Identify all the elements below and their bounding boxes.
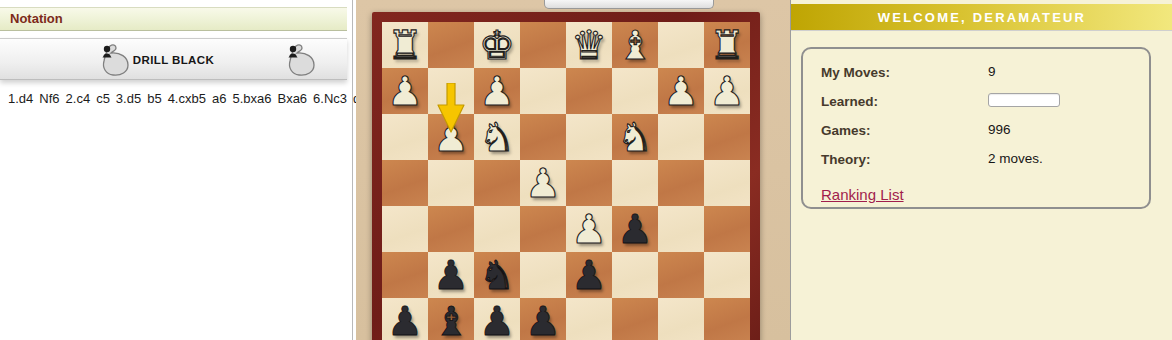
black-pawn: ♟ bbox=[520, 298, 566, 340]
board-square[interactable] bbox=[704, 114, 750, 160]
move[interactable]: a6 bbox=[212, 91, 226, 106]
board-square[interactable] bbox=[474, 206, 520, 252]
move[interactable]: 6.Nc3 bbox=[313, 91, 347, 106]
board-square[interactable]: ♟ bbox=[704, 68, 750, 114]
last-move-arrow bbox=[437, 83, 465, 133]
white-king: ♚ bbox=[474, 22, 520, 68]
stat-row: My Moves:9 bbox=[821, 63, 1131, 92]
welcome-header: WELCOME, DERAMATEUR bbox=[791, 4, 1172, 31]
board-panel: ♜♚♛♝♜♟♟♟♟♟♞♞♟♟♟♟♞♟♟♝♟♟♜♚♛♞♜ bbox=[356, 0, 790, 340]
stat-row: Games:996 bbox=[821, 121, 1131, 150]
board-square[interactable]: ♟ bbox=[428, 252, 474, 298]
board-square[interactable]: ♟ bbox=[382, 68, 428, 114]
board-square[interactable] bbox=[658, 114, 704, 160]
board-square[interactable]: ♟ bbox=[474, 298, 520, 340]
black-knight: ♞ bbox=[474, 252, 520, 298]
board-square[interactable]: ♜ bbox=[382, 22, 428, 68]
black-pawn: ♟ bbox=[428, 252, 474, 298]
board-square[interactable] bbox=[382, 206, 428, 252]
board-square[interactable]: ♛ bbox=[566, 22, 612, 68]
board-square[interactable] bbox=[428, 22, 474, 68]
move[interactable]: 4.cxb5 bbox=[168, 91, 206, 106]
move[interactable]: 1.d4 bbox=[8, 91, 33, 106]
board-square[interactable] bbox=[566, 160, 612, 206]
board-square[interactable]: ♚ bbox=[474, 22, 520, 68]
stat-row: Learned: bbox=[821, 92, 1131, 121]
white-queen: ♛ bbox=[566, 22, 612, 68]
white-pawn: ♟ bbox=[704, 68, 750, 114]
white-knight: ♞ bbox=[474, 114, 520, 160]
white-knight: ♞ bbox=[612, 114, 658, 160]
stat-value: 2 moves. bbox=[988, 150, 1043, 168]
move-list: 1.d4Nf62.c4c53.d5b54.cxb5a65.bxa6Bxa66.N… bbox=[0, 88, 340, 109]
black-pawn: ♟ bbox=[566, 252, 612, 298]
board-square[interactable] bbox=[520, 68, 566, 114]
move[interactable]: 2.c4 bbox=[66, 91, 91, 106]
cropped-dropdown[interactable] bbox=[544, 0, 714, 9]
board-square[interactable] bbox=[658, 298, 704, 340]
black-bishop: ♝ bbox=[428, 298, 474, 340]
welcome-panel: WELCOME, DERAMATEUR My Moves:9Learned:Ga… bbox=[790, 0, 1172, 340]
chess-board: ♜♚♛♝♜♟♟♟♟♟♞♞♟♟♟♟♞♟♟♝♟♟♜♚♛♞♜ bbox=[382, 22, 750, 340]
board-square[interactable]: ♞ bbox=[612, 114, 658, 160]
board-square[interactable] bbox=[612, 298, 658, 340]
board-square[interactable]: ♟ bbox=[566, 206, 612, 252]
move[interactable]: c5 bbox=[96, 91, 110, 106]
move[interactable]: Nf6 bbox=[39, 91, 59, 106]
board-square[interactable] bbox=[428, 160, 474, 206]
stats-rows: My Moves:9Learned:Games:996Theory:2 move… bbox=[821, 63, 1131, 179]
notation-panel: Notation DRILL BLACK 1.d4Nf62.c4c53.d5b5… bbox=[0, 0, 356, 340]
stats-box: My Moves:9Learned:Games:996Theory:2 move… bbox=[801, 47, 1151, 209]
board-square[interactable] bbox=[474, 160, 520, 206]
stat-label: My Moves: bbox=[821, 65, 890, 80]
board-square[interactable] bbox=[520, 22, 566, 68]
stat-label: Games: bbox=[821, 123, 871, 138]
board-square[interactable]: ♝ bbox=[428, 298, 474, 340]
black-pawn: ♟ bbox=[612, 206, 658, 252]
board-square[interactable]: ♞ bbox=[474, 114, 520, 160]
board-square[interactable]: ♟ bbox=[658, 68, 704, 114]
board-square[interactable] bbox=[658, 252, 704, 298]
board-square[interactable] bbox=[612, 160, 658, 206]
board-square[interactable]: ♞ bbox=[474, 252, 520, 298]
board-square[interactable]: ♟ bbox=[612, 206, 658, 252]
stat-label: Learned: bbox=[821, 94, 878, 109]
board-square[interactable]: ♟ bbox=[474, 68, 520, 114]
stat-value: 9 bbox=[988, 63, 996, 81]
board-square[interactable]: ♟ bbox=[520, 160, 566, 206]
move[interactable]: b5 bbox=[147, 91, 161, 106]
board-square[interactable] bbox=[566, 68, 612, 114]
learned-progress bbox=[988, 93, 1060, 107]
move[interactable]: Bxa6 bbox=[277, 91, 307, 106]
white-pawn: ♟ bbox=[474, 68, 520, 114]
stat-value: 996 bbox=[988, 121, 1011, 139]
board-square[interactable] bbox=[566, 114, 612, 160]
board-square[interactable] bbox=[658, 22, 704, 68]
board-square[interactable] bbox=[382, 114, 428, 160]
board-square[interactable] bbox=[612, 252, 658, 298]
black-pawn: ♟ bbox=[474, 298, 520, 340]
white-bishop: ♝ bbox=[612, 22, 658, 68]
stat-label: Theory: bbox=[821, 152, 871, 167]
white-pawn: ♟ bbox=[658, 68, 704, 114]
board-square[interactable] bbox=[704, 298, 750, 340]
board-square[interactable] bbox=[520, 114, 566, 160]
board-square[interactable] bbox=[658, 160, 704, 206]
board-square[interactable]: ♜ bbox=[704, 22, 750, 68]
white-rook: ♜ bbox=[382, 22, 428, 68]
board-square[interactable]: ♝ bbox=[612, 22, 658, 68]
black-pawn: ♟ bbox=[382, 298, 428, 340]
notation-panel-title: Notation bbox=[0, 7, 347, 31]
board-square[interactable]: ♟ bbox=[382, 298, 428, 340]
board-square[interactable] bbox=[382, 160, 428, 206]
board-square[interactable] bbox=[566, 298, 612, 340]
move[interactable]: 5.bxa6 bbox=[232, 91, 271, 106]
white-pawn: ♟ bbox=[566, 206, 612, 252]
move[interactable]: 3.d5 bbox=[116, 91, 141, 106]
board-square[interactable] bbox=[520, 206, 566, 252]
board-square[interactable] bbox=[704, 160, 750, 206]
drill-banner: DRILL BLACK bbox=[0, 38, 347, 80]
board-square[interactable] bbox=[658, 206, 704, 252]
board-square[interactable] bbox=[704, 252, 750, 298]
white-pawn: ♟ bbox=[520, 160, 566, 206]
board-frame: ♜♚♛♝♜♟♟♟♟♟♞♞♟♟♟♟♞♟♟♝♟♟♜♚♛♞♜ bbox=[372, 12, 760, 340]
panel-divider bbox=[352, 0, 353, 340]
white-rook: ♜ bbox=[704, 22, 750, 68]
board-square[interactable] bbox=[382, 252, 428, 298]
board-square[interactable]: ♟ bbox=[520, 298, 566, 340]
stat-row: Theory:2 moves. bbox=[821, 150, 1131, 179]
drill-arm-icon bbox=[286, 43, 320, 77]
board-square[interactable] bbox=[428, 206, 474, 252]
board-square[interactable]: ♟ bbox=[566, 252, 612, 298]
ranking-list-link[interactable]: Ranking List bbox=[821, 186, 904, 203]
board-square[interactable] bbox=[704, 206, 750, 252]
white-pawn: ♟ bbox=[382, 68, 428, 114]
board-square[interactable] bbox=[612, 68, 658, 114]
board-square[interactable] bbox=[520, 252, 566, 298]
